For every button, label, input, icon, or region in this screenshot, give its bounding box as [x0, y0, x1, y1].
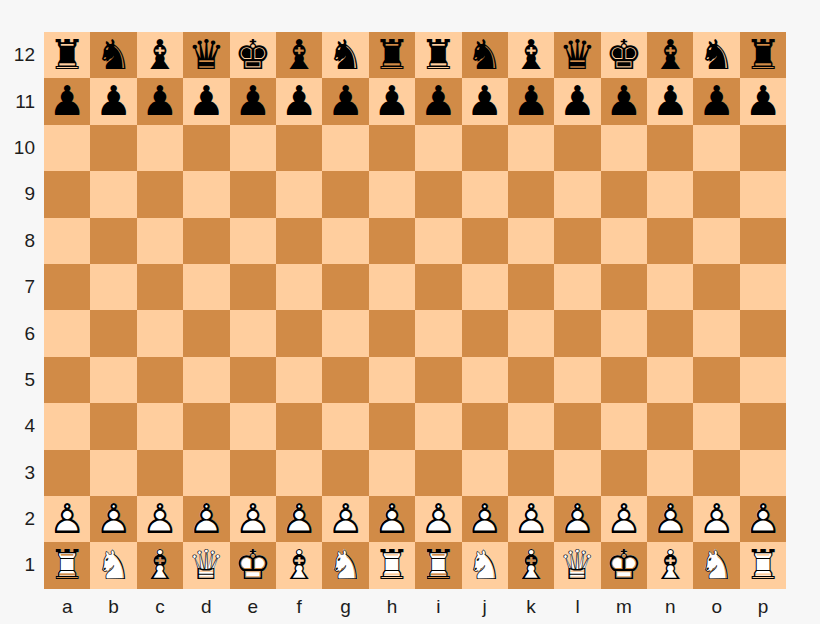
rank-label-7: 7: [0, 264, 44, 310]
white-knight[interactable]: ♞♘: [322, 542, 368, 588]
white-knight[interactable]: ♞♘: [90, 542, 136, 588]
white-pawn[interactable]: ♟♙: [554, 496, 600, 542]
square-a4[interactable]: [44, 403, 90, 449]
square-i7[interactable]: [415, 264, 461, 310]
square-p8[interactable]: [740, 218, 786, 264]
white-queen[interactable]: ♛♕: [183, 542, 229, 588]
square-j7[interactable]: [462, 264, 508, 310]
white-pawn-outline: ♙: [183, 496, 229, 542]
rank-label-4: 4: [0, 403, 44, 449]
square-m11[interactable]: ♟: [601, 78, 647, 124]
square-i6[interactable]: [415, 310, 461, 356]
square-n8[interactable]: [647, 218, 693, 264]
black-knight[interactable]: ♞: [693, 32, 739, 78]
square-i1[interactable]: ♜♖: [415, 542, 461, 588]
square-a5[interactable]: [44, 357, 90, 403]
square-o7[interactable]: [693, 264, 739, 310]
white-rook-outline: ♖: [369, 542, 415, 588]
square-i9[interactable]: [415, 171, 461, 217]
square-p11[interactable]: ♟: [740, 78, 786, 124]
black-knight[interactable]: ♞: [322, 32, 368, 78]
square-k2[interactable]: ♟♙: [508, 496, 554, 542]
square-l2[interactable]: ♟♙: [554, 496, 600, 542]
white-knight-outline: ♘: [462, 542, 508, 588]
square-d1[interactable]: ♛♕: [183, 542, 229, 588]
square-m12[interactable]: ♚: [601, 32, 647, 78]
black-bishop[interactable]: ♝: [508, 32, 554, 78]
square-j6[interactable]: [462, 310, 508, 356]
white-pawn-outline: ♙: [740, 496, 786, 542]
black-rook[interactable]: ♜: [369, 32, 415, 78]
square-o11[interactable]: ♟: [693, 78, 739, 124]
square-e11[interactable]: ♟: [230, 78, 276, 124]
square-b6[interactable]: [90, 310, 136, 356]
rank-label-6: 6: [0, 310, 44, 356]
square-o8[interactable]: [693, 218, 739, 264]
square-n3[interactable]: [647, 450, 693, 496]
square-h8[interactable]: [369, 218, 415, 264]
square-k3[interactable]: [508, 450, 554, 496]
square-f3[interactable]: [276, 450, 322, 496]
white-bishop[interactable]: ♝♗: [647, 542, 693, 588]
white-rook[interactable]: ♜♖: [415, 542, 461, 588]
square-l12[interactable]: ♛: [554, 32, 600, 78]
black-pawn[interactable]: ♟: [508, 78, 554, 124]
square-p1[interactable]: ♜♖: [740, 542, 786, 588]
square-i10[interactable]: [415, 125, 461, 171]
square-n6[interactable]: [647, 310, 693, 356]
black-bishop[interactable]: ♝: [137, 32, 183, 78]
square-f9[interactable]: [276, 171, 322, 217]
black-pawn[interactable]: ♟: [183, 78, 229, 124]
square-g3[interactable]: [322, 450, 368, 496]
white-knight-outline: ♘: [693, 542, 739, 588]
square-h4[interactable]: [369, 403, 415, 449]
square-m7[interactable]: [601, 264, 647, 310]
square-i5[interactable]: [415, 357, 461, 403]
square-n1[interactable]: ♝♗: [647, 542, 693, 588]
file-label-b: b: [90, 589, 136, 623]
square-k9[interactable]: [508, 171, 554, 217]
square-m5[interactable]: [601, 357, 647, 403]
square-d7[interactable]: [183, 264, 229, 310]
square-j2[interactable]: ♟♙: [462, 496, 508, 542]
square-o3[interactable]: [693, 450, 739, 496]
black-pawn[interactable]: ♟: [647, 78, 693, 124]
white-queen-outline: ♕: [183, 542, 229, 588]
square-b4[interactable]: [90, 403, 136, 449]
square-g2[interactable]: ♟♙: [322, 496, 368, 542]
square-c7[interactable]: [137, 264, 183, 310]
white-queen[interactable]: ♛♕: [554, 542, 600, 588]
black-pawn[interactable]: ♟: [276, 78, 322, 124]
file-label-l: l: [554, 589, 600, 623]
square-g10[interactable]: [322, 125, 368, 171]
square-n4[interactable]: [647, 403, 693, 449]
file-label-n: n: [647, 589, 693, 623]
square-p9[interactable]: [740, 171, 786, 217]
square-m2[interactable]: ♟♙: [601, 496, 647, 542]
square-o4[interactable]: [693, 403, 739, 449]
square-d12[interactable]: ♛: [183, 32, 229, 78]
white-king-outline: ♔: [601, 542, 647, 588]
white-pawn[interactable]: ♟♙: [647, 496, 693, 542]
board-corner-spacer: [0, 589, 44, 623]
square-c11[interactable]: ♟: [137, 78, 183, 124]
square-m6[interactable]: [601, 310, 647, 356]
square-j12[interactable]: ♞: [462, 32, 508, 78]
white-pawn[interactable]: ♟♙: [740, 496, 786, 542]
square-j3[interactable]: [462, 450, 508, 496]
square-l11[interactable]: ♟: [554, 78, 600, 124]
black-knight[interactable]: ♞: [462, 32, 508, 78]
white-pawn-outline: ♙: [415, 496, 461, 542]
square-a12[interactable]: ♜: [44, 32, 90, 78]
square-f6[interactable]: [276, 310, 322, 356]
square-p4[interactable]: [740, 403, 786, 449]
square-h7[interactable]: [369, 264, 415, 310]
square-i12[interactable]: ♜: [415, 32, 461, 78]
square-d4[interactable]: [183, 403, 229, 449]
white-pawn-outline: ♙: [230, 496, 276, 542]
white-pawn[interactable]: ♟♙: [183, 496, 229, 542]
file-label-m: m: [601, 589, 647, 623]
white-pawn[interactable]: ♟♙: [44, 496, 90, 542]
square-l4[interactable]: [554, 403, 600, 449]
square-p6[interactable]: [740, 310, 786, 356]
white-bishop[interactable]: ♝♗: [508, 542, 554, 588]
square-j8[interactable]: [462, 218, 508, 264]
white-pawn[interactable]: ♟♙: [462, 496, 508, 542]
white-pawn[interactable]: ♟♙: [693, 496, 739, 542]
square-f5[interactable]: [276, 357, 322, 403]
square-b2[interactable]: ♟♙: [90, 496, 136, 542]
square-c1[interactable]: ♝♗: [137, 542, 183, 588]
square-d2[interactable]: ♟♙: [183, 496, 229, 542]
white-pawn-outline: ♙: [276, 496, 322, 542]
square-n7[interactable]: [647, 264, 693, 310]
square-f12[interactable]: ♝: [276, 32, 322, 78]
square-k7[interactable]: [508, 264, 554, 310]
square-o9[interactable]: [693, 171, 739, 217]
white-pawn[interactable]: ♟♙: [601, 496, 647, 542]
black-pawn[interactable]: ♟: [740, 78, 786, 124]
square-m8[interactable]: [601, 218, 647, 264]
square-l7[interactable]: [554, 264, 600, 310]
square-l6[interactable]: [554, 310, 600, 356]
square-n9[interactable]: [647, 171, 693, 217]
black-pawn[interactable]: ♟: [554, 78, 600, 124]
file-label-a: a: [44, 589, 90, 623]
square-c5[interactable]: [137, 357, 183, 403]
square-o5[interactable]: [693, 357, 739, 403]
white-pawn-outline: ♙: [44, 496, 90, 542]
white-pawn[interactable]: ♟♙: [230, 496, 276, 542]
black-pawn[interactable]: ♟: [137, 78, 183, 124]
black-pawn[interactable]: ♟: [230, 78, 276, 124]
white-king[interactable]: ♚♔: [230, 542, 276, 588]
square-d11[interactable]: ♟: [183, 78, 229, 124]
file-label-c: c: [137, 589, 183, 623]
square-a7[interactable]: [44, 264, 90, 310]
square-e8[interactable]: [230, 218, 276, 264]
square-f10[interactable]: [276, 125, 322, 171]
black-bishop[interactable]: ♝: [647, 32, 693, 78]
square-l1[interactable]: ♛♕: [554, 542, 600, 588]
white-king[interactable]: ♚♔: [601, 542, 647, 588]
square-n5[interactable]: [647, 357, 693, 403]
square-h11[interactable]: ♟: [369, 78, 415, 124]
square-i2[interactable]: ♟♙: [415, 496, 461, 542]
square-k12[interactable]: ♝: [508, 32, 554, 78]
square-l10[interactable]: [554, 125, 600, 171]
square-m1[interactable]: ♚♔: [601, 542, 647, 588]
black-pawn[interactable]: ♟: [415, 78, 461, 124]
square-e6[interactable]: [230, 310, 276, 356]
square-h6[interactable]: [369, 310, 415, 356]
square-o1[interactable]: ♞♘: [693, 542, 739, 588]
file-label-e: e: [230, 589, 276, 623]
square-i11[interactable]: ♟: [415, 78, 461, 124]
square-e3[interactable]: [230, 450, 276, 496]
white-pawn-outline: ♙: [322, 496, 368, 542]
square-f2[interactable]: ♟♙: [276, 496, 322, 542]
square-l3[interactable]: [554, 450, 600, 496]
square-k8[interactable]: [508, 218, 554, 264]
square-h10[interactable]: [369, 125, 415, 171]
square-c8[interactable]: [137, 218, 183, 264]
square-m9[interactable]: [601, 171, 647, 217]
square-l5[interactable]: [554, 357, 600, 403]
square-e2[interactable]: ♟♙: [230, 496, 276, 542]
square-j4[interactable]: [462, 403, 508, 449]
square-h5[interactable]: [369, 357, 415, 403]
square-a8[interactable]: [44, 218, 90, 264]
square-b8[interactable]: [90, 218, 136, 264]
square-l9[interactable]: [554, 171, 600, 217]
square-h9[interactable]: [369, 171, 415, 217]
black-bishop[interactable]: ♝: [276, 32, 322, 78]
white-bishop-outline: ♗: [276, 542, 322, 588]
square-o10[interactable]: [693, 125, 739, 171]
square-b3[interactable]: [90, 450, 136, 496]
square-g6[interactable]: [322, 310, 368, 356]
square-f7[interactable]: [276, 264, 322, 310]
square-c4[interactable]: [137, 403, 183, 449]
white-pawn-outline: ♙: [369, 496, 415, 542]
square-c3[interactable]: [137, 450, 183, 496]
white-rook[interactable]: ♜♖: [740, 542, 786, 588]
white-pawn-outline: ♙: [693, 496, 739, 542]
white-pawn[interactable]: ♟♙: [276, 496, 322, 542]
square-k11[interactable]: ♟: [508, 78, 554, 124]
square-a11[interactable]: ♟: [44, 78, 90, 124]
square-d10[interactable]: [183, 125, 229, 171]
white-pawn[interactable]: ♟♙: [137, 496, 183, 542]
square-c2[interactable]: ♟♙: [137, 496, 183, 542]
square-e5[interactable]: [230, 357, 276, 403]
white-bishop-outline: ♗: [647, 542, 693, 588]
rank-label-1: 1: [0, 542, 44, 588]
square-c12[interactable]: ♝: [137, 32, 183, 78]
square-b7[interactable]: [90, 264, 136, 310]
black-pawn[interactable]: ♟: [693, 78, 739, 124]
square-b1[interactable]: ♞♘: [90, 542, 136, 588]
square-o12[interactable]: ♞: [693, 32, 739, 78]
square-g11[interactable]: ♟: [322, 78, 368, 124]
square-n10[interactable]: [647, 125, 693, 171]
white-bishop[interactable]: ♝♗: [276, 542, 322, 588]
square-k6[interactable]: [508, 310, 554, 356]
square-f8[interactable]: [276, 218, 322, 264]
white-pawn[interactable]: ♟♙: [90, 496, 136, 542]
square-j9[interactable]: [462, 171, 508, 217]
black-pawn[interactable]: ♟: [601, 78, 647, 124]
square-g1[interactable]: ♞♘: [322, 542, 368, 588]
square-g7[interactable]: [322, 264, 368, 310]
black-queen[interactable]: ♛: [183, 32, 229, 78]
white-knight[interactable]: ♞♘: [462, 542, 508, 588]
file-label-h: h: [369, 589, 415, 623]
black-rook[interactable]: ♜: [44, 32, 90, 78]
black-knight[interactable]: ♞: [90, 32, 136, 78]
square-j5[interactable]: [462, 357, 508, 403]
square-m4[interactable]: [601, 403, 647, 449]
file-label-p: p: [740, 589, 786, 623]
square-e9[interactable]: [230, 171, 276, 217]
square-f4[interactable]: [276, 403, 322, 449]
square-g12[interactable]: ♞: [322, 32, 368, 78]
square-e1[interactable]: ♚♔: [230, 542, 276, 588]
square-k5[interactable]: [508, 357, 554, 403]
black-pawn[interactable]: ♟: [322, 78, 368, 124]
square-d9[interactable]: [183, 171, 229, 217]
square-h12[interactable]: ♜: [369, 32, 415, 78]
file-label-d: d: [183, 589, 229, 623]
square-j1[interactable]: ♞♘: [462, 542, 508, 588]
square-c6[interactable]: [137, 310, 183, 356]
file-label-i: i: [415, 589, 461, 623]
black-pawn[interactable]: ♟: [44, 78, 90, 124]
square-a1[interactable]: ♜♖: [44, 542, 90, 588]
square-e4[interactable]: [230, 403, 276, 449]
square-n12[interactable]: ♝: [647, 32, 693, 78]
black-king[interactable]: ♚: [601, 32, 647, 78]
white-rook[interactable]: ♜♖: [369, 542, 415, 588]
square-c10[interactable]: [137, 125, 183, 171]
square-m3[interactable]: [601, 450, 647, 496]
rank-label-12: 12: [0, 32, 44, 78]
white-bishop[interactable]: ♝♗: [137, 542, 183, 588]
black-king[interactable]: ♚: [230, 32, 276, 78]
black-pawn[interactable]: ♟: [90, 78, 136, 124]
square-p7[interactable]: [740, 264, 786, 310]
black-rook[interactable]: ♜: [740, 32, 786, 78]
square-p3[interactable]: [740, 450, 786, 496]
white-pawn-outline: ♙: [462, 496, 508, 542]
square-d3[interactable]: [183, 450, 229, 496]
white-king-outline: ♔: [230, 542, 276, 588]
square-p12[interactable]: ♜: [740, 32, 786, 78]
square-b5[interactable]: [90, 357, 136, 403]
square-k4[interactable]: [508, 403, 554, 449]
square-j11[interactable]: ♟: [462, 78, 508, 124]
square-a3[interactable]: [44, 450, 90, 496]
square-a6[interactable]: [44, 310, 90, 356]
square-f1[interactable]: ♝♗: [276, 542, 322, 588]
white-knight[interactable]: ♞♘: [693, 542, 739, 588]
white-bishop-outline: ♗: [508, 542, 554, 588]
square-h1[interactable]: ♜♖: [369, 542, 415, 588]
square-n11[interactable]: ♟: [647, 78, 693, 124]
square-e10[interactable]: [230, 125, 276, 171]
square-h3[interactable]: [369, 450, 415, 496]
white-pawn-outline: ♙: [601, 496, 647, 542]
black-pawn[interactable]: ♟: [369, 78, 415, 124]
black-pawn[interactable]: ♟: [462, 78, 508, 124]
square-p10[interactable]: [740, 125, 786, 171]
square-g5[interactable]: [322, 357, 368, 403]
square-j10[interactable]: [462, 125, 508, 171]
square-k1[interactable]: ♝♗: [508, 542, 554, 588]
square-d8[interactable]: [183, 218, 229, 264]
square-o6[interactable]: [693, 310, 739, 356]
file-label-k: k: [508, 589, 554, 623]
white-pawn[interactable]: ♟♙: [508, 496, 554, 542]
square-b12[interactable]: ♞: [90, 32, 136, 78]
square-a10[interactable]: [44, 125, 90, 171]
square-n2[interactable]: ♟♙: [647, 496, 693, 542]
square-i4[interactable]: [415, 403, 461, 449]
square-f11[interactable]: ♟: [276, 78, 322, 124]
white-rook[interactable]: ♜♖: [44, 542, 90, 588]
black-queen[interactable]: ♛: [554, 32, 600, 78]
square-h2[interactable]: ♟♙: [369, 496, 415, 542]
file-label-f: f: [276, 589, 322, 623]
square-e7[interactable]: [230, 264, 276, 310]
square-b11[interactable]: ♟: [90, 78, 136, 124]
square-m10[interactable]: [601, 125, 647, 171]
rank-label-2: 2: [0, 496, 44, 542]
square-p2[interactable]: ♟♙: [740, 496, 786, 542]
square-p5[interactable]: [740, 357, 786, 403]
square-d5[interactable]: [183, 357, 229, 403]
square-b9[interactable]: [90, 171, 136, 217]
square-i3[interactable]: [415, 450, 461, 496]
rank-label-11: 11: [0, 78, 44, 124]
black-rook[interactable]: ♜: [415, 32, 461, 78]
square-b10[interactable]: [90, 125, 136, 171]
square-a2[interactable]: ♟♙: [44, 496, 90, 542]
square-d6[interactable]: [183, 310, 229, 356]
rank-label-9: 9: [0, 171, 44, 217]
square-l8[interactable]: [554, 218, 600, 264]
white-pawn[interactable]: ♟♙: [322, 496, 368, 542]
square-g9[interactable]: [322, 171, 368, 217]
square-c9[interactable]: [137, 171, 183, 217]
white-pawn[interactable]: ♟♙: [415, 496, 461, 542]
square-k10[interactable]: [508, 125, 554, 171]
square-o2[interactable]: ♟♙: [693, 496, 739, 542]
white-pawn-outline: ♙: [508, 496, 554, 542]
white-pawn-outline: ♙: [647, 496, 693, 542]
white-pawn[interactable]: ♟♙: [369, 496, 415, 542]
square-g4[interactable]: [322, 403, 368, 449]
square-e12[interactable]: ♚: [230, 32, 276, 78]
square-g8[interactable]: [322, 218, 368, 264]
square-i8[interactable]: [415, 218, 461, 264]
square-a9[interactable]: [44, 171, 90, 217]
